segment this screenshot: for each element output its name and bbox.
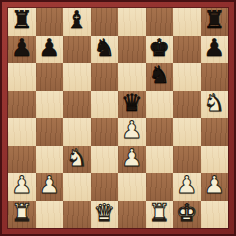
white-pawn[interactable]: ♟ xyxy=(121,118,143,144)
black-knight[interactable]: ♞ xyxy=(148,63,170,89)
square-d2[interactable] xyxy=(91,173,119,201)
square-a8[interactable]: ♜ xyxy=(8,8,36,36)
square-b4[interactable] xyxy=(36,118,64,146)
white-pawn[interactable]: ♟ xyxy=(176,173,198,199)
white-pawn[interactable]: ♟ xyxy=(121,146,143,172)
square-g2[interactable]: ♟ xyxy=(173,173,201,201)
square-a1[interactable]: ♜ xyxy=(8,201,36,229)
square-g8[interactable] xyxy=(173,8,201,36)
square-f6[interactable]: ♞ xyxy=(146,63,174,91)
square-e3[interactable]: ♟ xyxy=(118,146,146,174)
square-g6[interactable] xyxy=(173,63,201,91)
square-a3[interactable] xyxy=(8,146,36,174)
black-bishop[interactable]: ♝ xyxy=(66,8,88,34)
white-pawn[interactable]: ♟ xyxy=(203,173,225,199)
black-king[interactable]: ♚ xyxy=(148,36,170,62)
white-queen[interactable]: ♛ xyxy=(93,201,115,227)
black-queen[interactable]: ♛ xyxy=(121,91,143,117)
square-b3[interactable] xyxy=(36,146,64,174)
square-h5[interactable]: ♞ xyxy=(201,91,229,119)
board-frame: ♜♝♜♟♟♞♚♟♞♛♞♟♞♟♟♟♟♟♜♛♜♚ xyxy=(0,0,236,236)
black-rook[interactable]: ♜ xyxy=(11,8,33,34)
square-h8[interactable]: ♜ xyxy=(201,8,229,36)
square-d5[interactable] xyxy=(91,91,119,119)
square-f3[interactable] xyxy=(146,146,174,174)
square-g5[interactable] xyxy=(173,91,201,119)
square-b6[interactable] xyxy=(36,63,64,91)
square-a2[interactable]: ♟ xyxy=(8,173,36,201)
square-c1[interactable] xyxy=(63,201,91,229)
square-d1[interactable]: ♛ xyxy=(91,201,119,229)
square-c7[interactable] xyxy=(63,36,91,64)
square-h7[interactable]: ♟ xyxy=(201,36,229,64)
white-rook[interactable]: ♜ xyxy=(148,201,170,227)
square-f7[interactable]: ♚ xyxy=(146,36,174,64)
white-knight[interactable]: ♞ xyxy=(66,146,88,172)
square-e6[interactable] xyxy=(118,63,146,91)
black-pawn[interactable]: ♟ xyxy=(38,36,60,62)
square-a4[interactable] xyxy=(8,118,36,146)
square-f5[interactable] xyxy=(146,91,174,119)
square-b5[interactable] xyxy=(36,91,64,119)
square-c3[interactable]: ♞ xyxy=(63,146,91,174)
chess-board: ♜♝♜♟♟♞♚♟♞♛♞♟♞♟♟♟♟♟♜♛♜♚ xyxy=(8,8,228,228)
square-d7[interactable]: ♞ xyxy=(91,36,119,64)
square-g7[interactable] xyxy=(173,36,201,64)
square-a6[interactable] xyxy=(8,63,36,91)
black-pawn[interactable]: ♟ xyxy=(11,36,33,62)
square-h2[interactable]: ♟ xyxy=(201,173,229,201)
square-b1[interactable] xyxy=(36,201,64,229)
square-c4[interactable] xyxy=(63,118,91,146)
square-b8[interactable] xyxy=(36,8,64,36)
square-b2[interactable]: ♟ xyxy=(36,173,64,201)
black-knight[interactable]: ♞ xyxy=(93,36,115,62)
square-h1[interactable] xyxy=(201,201,229,229)
square-a5[interactable] xyxy=(8,91,36,119)
square-e1[interactable] xyxy=(118,201,146,229)
white-knight[interactable]: ♞ xyxy=(203,91,225,117)
square-f8[interactable] xyxy=(146,8,174,36)
square-c8[interactable]: ♝ xyxy=(63,8,91,36)
square-d6[interactable] xyxy=(91,63,119,91)
square-f1[interactable]: ♜ xyxy=(146,201,174,229)
white-rook[interactable]: ♜ xyxy=(11,201,33,227)
square-b7[interactable]: ♟ xyxy=(36,36,64,64)
square-c5[interactable] xyxy=(63,91,91,119)
square-g1[interactable]: ♚ xyxy=(173,201,201,229)
square-e4[interactable]: ♟ xyxy=(118,118,146,146)
black-rook[interactable]: ♜ xyxy=(203,8,225,34)
square-g4[interactable] xyxy=(173,118,201,146)
square-a7[interactable]: ♟ xyxy=(8,36,36,64)
square-f4[interactable] xyxy=(146,118,174,146)
square-f2[interactable] xyxy=(146,173,174,201)
square-e2[interactable] xyxy=(118,173,146,201)
square-d4[interactable] xyxy=(91,118,119,146)
black-pawn[interactable]: ♟ xyxy=(203,36,225,62)
square-c2[interactable] xyxy=(63,173,91,201)
square-e5[interactable]: ♛ xyxy=(118,91,146,119)
square-g3[interactable] xyxy=(173,146,201,174)
square-h6[interactable] xyxy=(201,63,229,91)
square-h4[interactable] xyxy=(201,118,229,146)
white-pawn[interactable]: ♟ xyxy=(38,173,60,199)
white-king[interactable]: ♚ xyxy=(176,201,198,227)
white-pawn[interactable]: ♟ xyxy=(11,173,33,199)
square-h3[interactable] xyxy=(201,146,229,174)
square-d8[interactable] xyxy=(91,8,119,36)
square-e8[interactable] xyxy=(118,8,146,36)
square-c6[interactable] xyxy=(63,63,91,91)
square-e7[interactable] xyxy=(118,36,146,64)
square-d3[interactable] xyxy=(91,146,119,174)
